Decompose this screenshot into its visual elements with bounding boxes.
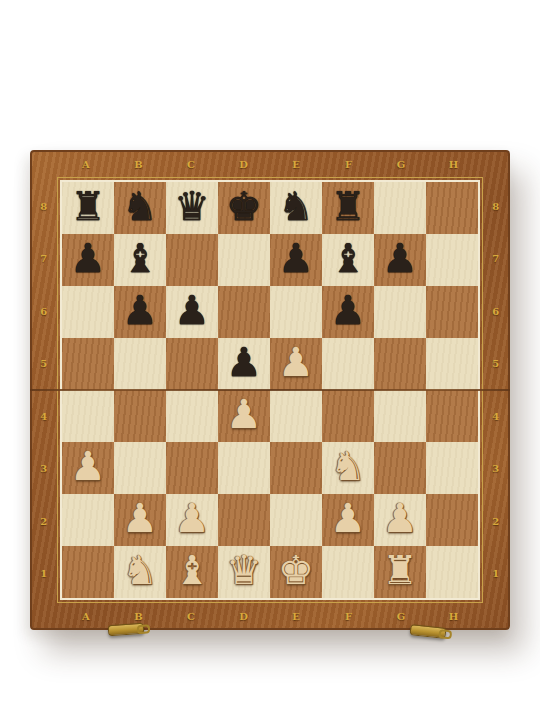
square-g8[interactable] — [374, 182, 426, 234]
file-label-top-d: D — [218, 155, 271, 173]
file-label-bottom-c: C — [165, 607, 218, 625]
file-label-top-b: B — [113, 155, 166, 173]
black-pawn-piece[interactable]: ♟ — [278, 238, 314, 278]
square-f2[interactable]: ♟ — [322, 494, 374, 546]
fold-seam — [30, 389, 510, 391]
square-b5[interactable] — [114, 338, 166, 390]
square-e1[interactable]: ♚ — [270, 546, 322, 598]
square-f3[interactable]: ♞ — [322, 442, 374, 494]
black-pawn-piece[interactable]: ♟ — [330, 290, 366, 330]
brass-latch-icon — [108, 623, 145, 636]
black-pawn-piece[interactable]: ♟ — [122, 290, 158, 330]
square-f6[interactable]: ♟ — [322, 286, 374, 338]
rank-label-right-7: 7 — [487, 233, 505, 286]
white-bishop-piece[interactable]: ♝ — [174, 550, 210, 590]
white-knight-piece[interactable]: ♞ — [330, 446, 366, 486]
square-f7[interactable]: ♝ — [322, 234, 374, 286]
square-c4[interactable] — [166, 390, 218, 442]
white-pawn-piece[interactable]: ♟ — [382, 498, 418, 538]
square-b2[interactable]: ♟ — [114, 494, 166, 546]
square-f4[interactable] — [322, 390, 374, 442]
white-king-piece[interactable]: ♚ — [278, 550, 314, 590]
white-pawn-piece[interactable]: ♟ — [278, 342, 314, 382]
file-label-bottom-g: G — [375, 607, 428, 625]
square-h4[interactable] — [426, 390, 478, 442]
square-g7[interactable]: ♟ — [374, 234, 426, 286]
square-c3[interactable] — [166, 442, 218, 494]
rank-label-right-1: 1 — [487, 548, 505, 601]
square-a8[interactable]: ♜ — [62, 182, 114, 234]
white-pawn-piece[interactable]: ♟ — [330, 498, 366, 538]
white-queen-piece[interactable]: ♛ — [226, 550, 262, 590]
file-label-bottom-d: D — [218, 607, 271, 625]
white-knight-piece[interactable]: ♞ — [122, 550, 158, 590]
black-knight-piece[interactable]: ♞ — [278, 186, 314, 226]
square-b1[interactable]: ♞ — [114, 546, 166, 598]
file-label-bottom-a: A — [60, 607, 113, 625]
square-a2[interactable] — [62, 494, 114, 546]
square-e5[interactable]: ♟ — [270, 338, 322, 390]
square-e7[interactable]: ♟ — [270, 234, 322, 286]
white-pawn-piece[interactable]: ♟ — [70, 446, 106, 486]
file-label-bottom-h: H — [428, 607, 481, 625]
square-g3[interactable] — [374, 442, 426, 494]
square-a5[interactable] — [62, 338, 114, 390]
white-pawn-piece[interactable]: ♟ — [226, 394, 262, 434]
square-g6[interactable] — [374, 286, 426, 338]
square-d2[interactable] — [218, 494, 270, 546]
square-f8[interactable]: ♜ — [322, 182, 374, 234]
square-d5[interactable]: ♟ — [218, 338, 270, 390]
black-bishop-piece[interactable]: ♝ — [122, 238, 158, 278]
rank-label-left-8: 8 — [35, 180, 53, 233]
rank-label-left-3: 3 — [35, 443, 53, 496]
square-h1[interactable] — [426, 546, 478, 598]
square-e6[interactable] — [270, 286, 322, 338]
rank-label-left-6: 6 — [35, 285, 53, 338]
square-c8[interactable]: ♛ — [166, 182, 218, 234]
square-b3[interactable] — [114, 442, 166, 494]
square-b8[interactable]: ♞ — [114, 182, 166, 234]
white-pawn-piece[interactable]: ♟ — [122, 498, 158, 538]
file-label-bottom-f: F — [323, 607, 376, 625]
square-b4[interactable] — [114, 390, 166, 442]
square-g2[interactable]: ♟ — [374, 494, 426, 546]
rank-label-right-2: 2 — [487, 495, 505, 548]
square-d1[interactable]: ♛ — [218, 546, 270, 598]
black-bishop-piece[interactable]: ♝ — [330, 238, 366, 278]
rank-label-right-8: 8 — [487, 180, 505, 233]
square-a4[interactable] — [62, 390, 114, 442]
square-f1[interactable] — [322, 546, 374, 598]
square-d3[interactable] — [218, 442, 270, 494]
black-pawn-piece[interactable]: ♟ — [226, 342, 262, 382]
square-e2[interactable] — [270, 494, 322, 546]
square-e8[interactable]: ♞ — [270, 182, 322, 234]
brass-latch-icon — [410, 624, 447, 639]
square-b7[interactable]: ♝ — [114, 234, 166, 286]
square-d6[interactable] — [218, 286, 270, 338]
file-label-bottom-e: E — [270, 607, 323, 625]
square-c1[interactable]: ♝ — [166, 546, 218, 598]
rank-label-left-1: 1 — [35, 548, 53, 601]
square-h6[interactable] — [426, 286, 478, 338]
rank-label-right-3: 3 — [487, 443, 505, 496]
square-a3[interactable]: ♟ — [62, 442, 114, 494]
square-h5[interactable] — [426, 338, 478, 390]
square-h2[interactable] — [426, 494, 478, 546]
square-g4[interactable] — [374, 390, 426, 442]
square-c6[interactable]: ♟ — [166, 286, 218, 338]
file-label-top-f: F — [323, 155, 376, 173]
square-f5[interactable] — [322, 338, 374, 390]
rank-label-right-4: 4 — [487, 390, 505, 443]
square-h8[interactable] — [426, 182, 478, 234]
rank-label-right-5: 5 — [487, 338, 505, 391]
file-label-top-a: A — [60, 155, 113, 173]
file-label-top-h: H — [428, 155, 481, 173]
rank-label-left-7: 7 — [35, 233, 53, 286]
black-pawn-piece[interactable]: ♟ — [382, 238, 418, 278]
square-c5[interactable] — [166, 338, 218, 390]
chess-board: AABBCCDDEEFFGGHH1122334455667788 ♜♞♛♚♞♜♟… — [30, 150, 510, 630]
square-h7[interactable] — [426, 234, 478, 286]
rank-label-left-4: 4 — [35, 390, 53, 443]
black-pawn-piece[interactable]: ♟ — [174, 290, 210, 330]
file-label-top-c: C — [165, 155, 218, 173]
square-a6[interactable] — [62, 286, 114, 338]
black-knight-piece[interactable]: ♞ — [122, 186, 158, 226]
square-e3[interactable] — [270, 442, 322, 494]
file-label-top-g: G — [375, 155, 428, 173]
square-g5[interactable] — [374, 338, 426, 390]
square-c2[interactable]: ♟ — [166, 494, 218, 546]
white-rook-piece[interactable]: ♜ — [382, 550, 418, 590]
black-pawn-piece[interactable]: ♟ — [70, 238, 106, 278]
square-d8[interactable]: ♚ — [218, 182, 270, 234]
square-a1[interactable] — [62, 546, 114, 598]
square-e4[interactable] — [270, 390, 322, 442]
square-b6[interactable]: ♟ — [114, 286, 166, 338]
square-d7[interactable] — [218, 234, 270, 286]
rank-label-right-6: 6 — [487, 285, 505, 338]
rank-label-left-5: 5 — [35, 338, 53, 391]
square-a7[interactable]: ♟ — [62, 234, 114, 286]
file-label-top-e: E — [270, 155, 323, 173]
white-pawn-piece[interactable]: ♟ — [174, 498, 210, 538]
square-d4[interactable]: ♟ — [218, 390, 270, 442]
square-h3[interactable] — [426, 442, 478, 494]
black-rook-piece[interactable]: ♜ — [70, 186, 106, 226]
square-c7[interactable] — [166, 234, 218, 286]
black-king-piece[interactable]: ♚ — [226, 186, 262, 226]
square-g1[interactable]: ♜ — [374, 546, 426, 598]
black-queen-piece[interactable]: ♛ — [174, 186, 210, 226]
black-rook-piece[interactable]: ♜ — [330, 186, 366, 226]
rank-label-left-2: 2 — [35, 495, 53, 548]
